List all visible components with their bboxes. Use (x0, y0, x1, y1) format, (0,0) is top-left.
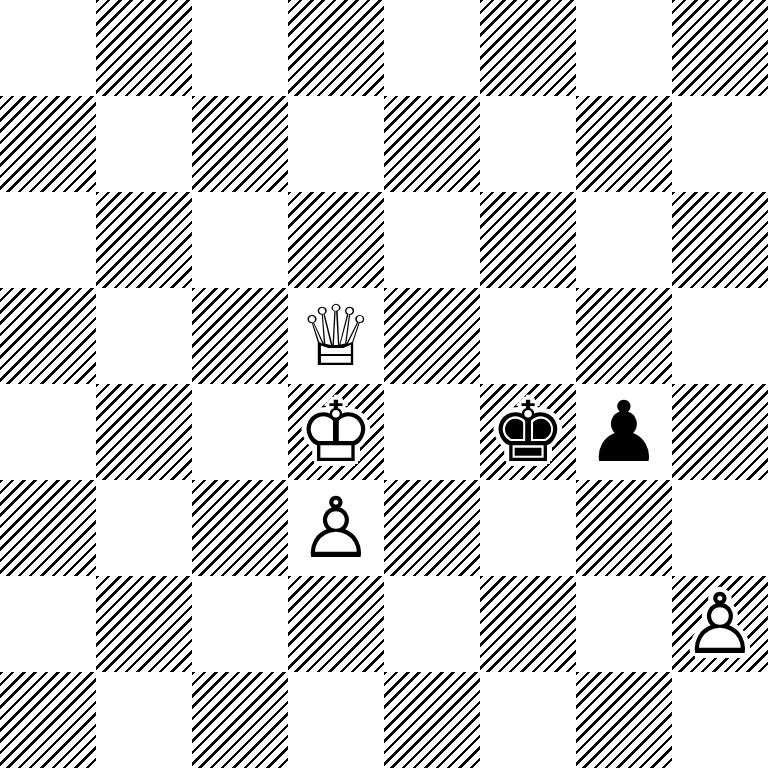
square-b2[interactable] (96, 576, 192, 672)
square-h3[interactable] (672, 480, 768, 576)
square-f5[interactable] (480, 288, 576, 384)
piece-glyph: ♔ (288, 384, 384, 480)
square-b6[interactable] (96, 192, 192, 288)
square-c4[interactable] (192, 384, 288, 480)
square-h4[interactable] (672, 384, 768, 480)
square-f1[interactable] (480, 672, 576, 768)
piece-glyph: ♙ (672, 576, 768, 672)
square-b7[interactable] (96, 96, 192, 192)
chess-board: ♛♕♚♔♚♚♟♟♟♙♟♙ (0, 0, 768, 768)
square-b3[interactable] (96, 480, 192, 576)
square-e3[interactable] (384, 480, 480, 576)
piece-glyph: ♙ (288, 480, 384, 576)
white-king-icon[interactable]: ♚♔ (288, 384, 384, 480)
square-f2[interactable] (480, 576, 576, 672)
square-d4[interactable]: ♚♔ (288, 384, 384, 480)
square-g7[interactable] (576, 96, 672, 192)
square-c2[interactable] (192, 576, 288, 672)
black-pawn-icon[interactable]: ♟♟ (576, 384, 672, 480)
square-h8[interactable] (672, 0, 768, 96)
square-e7[interactable] (384, 96, 480, 192)
square-a8[interactable] (0, 0, 96, 96)
square-b5[interactable] (96, 288, 192, 384)
square-e2[interactable] (384, 576, 480, 672)
square-a3[interactable] (0, 480, 96, 576)
square-h5[interactable] (672, 288, 768, 384)
square-c5[interactable] (192, 288, 288, 384)
square-d8[interactable] (288, 0, 384, 96)
square-d7[interactable] (288, 96, 384, 192)
piece-glyph: ♟ (576, 384, 672, 480)
square-a4[interactable] (0, 384, 96, 480)
black-king-icon[interactable]: ♚♚ (480, 384, 576, 480)
square-g1[interactable] (576, 672, 672, 768)
square-h1[interactable] (672, 672, 768, 768)
square-f4[interactable]: ♚♚ (480, 384, 576, 480)
white-queen-icon[interactable]: ♛♕ (288, 288, 384, 384)
square-h2[interactable]: ♟♙ (672, 576, 768, 672)
square-g4[interactable]: ♟♟ (576, 384, 672, 480)
square-a5[interactable] (0, 288, 96, 384)
square-f6[interactable] (480, 192, 576, 288)
square-f3[interactable] (480, 480, 576, 576)
square-c6[interactable] (192, 192, 288, 288)
square-e1[interactable] (384, 672, 480, 768)
square-c8[interactable] (192, 0, 288, 96)
square-g8[interactable] (576, 0, 672, 96)
square-a2[interactable] (0, 576, 96, 672)
white-pawn-icon[interactable]: ♟♙ (672, 576, 768, 672)
white-pawn-icon[interactable]: ♟♙ (288, 480, 384, 576)
square-d1[interactable] (288, 672, 384, 768)
square-b4[interactable] (96, 384, 192, 480)
square-f7[interactable] (480, 96, 576, 192)
square-g3[interactable] (576, 480, 672, 576)
square-f8[interactable] (480, 0, 576, 96)
square-d3[interactable]: ♟♙ (288, 480, 384, 576)
square-e8[interactable] (384, 0, 480, 96)
piece-glyph: ♕ (288, 288, 384, 384)
square-h6[interactable] (672, 192, 768, 288)
square-g2[interactable] (576, 576, 672, 672)
square-e6[interactable] (384, 192, 480, 288)
square-d6[interactable] (288, 192, 384, 288)
square-a7[interactable] (0, 96, 96, 192)
square-a6[interactable] (0, 192, 96, 288)
square-c1[interactable] (192, 672, 288, 768)
square-d2[interactable] (288, 576, 384, 672)
square-e5[interactable] (384, 288, 480, 384)
square-g6[interactable] (576, 192, 672, 288)
square-c7[interactable] (192, 96, 288, 192)
square-g5[interactable] (576, 288, 672, 384)
square-b8[interactable] (96, 0, 192, 96)
square-a1[interactable] (0, 672, 96, 768)
piece-glyph: ♚ (480, 384, 576, 480)
square-b1[interactable] (96, 672, 192, 768)
square-c3[interactable] (192, 480, 288, 576)
square-e4[interactable] (384, 384, 480, 480)
square-h7[interactable] (672, 96, 768, 192)
square-d5[interactable]: ♛♕ (288, 288, 384, 384)
